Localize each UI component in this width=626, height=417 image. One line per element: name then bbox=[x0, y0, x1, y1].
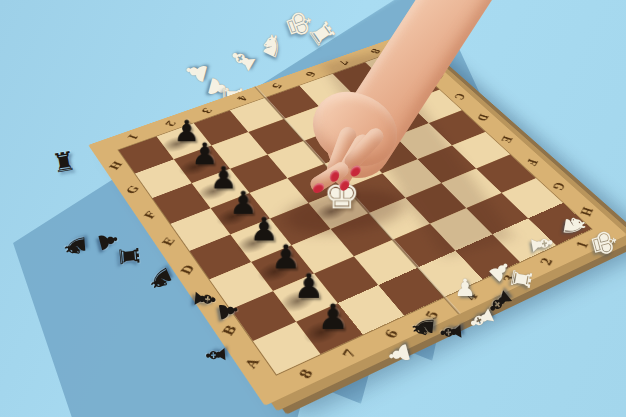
white-pawn-captured[interactable]: ♟ bbox=[454, 276, 476, 300]
black-bishop-captured[interactable]: ♝ bbox=[437, 318, 467, 345]
white-bishop-captured[interactable]: ♝ bbox=[525, 229, 557, 259]
black-pawn-piece[interactable]: ♟ bbox=[317, 299, 349, 334]
black-rook-captured[interactable]: ♜ bbox=[50, 147, 77, 177]
black-pawn-captured[interactable]: ♟ bbox=[214, 298, 241, 323]
white-pawn-captured[interactable]: ♟ bbox=[383, 339, 414, 368]
black-bishop-captured[interactable]: ♝ bbox=[202, 342, 230, 367]
black-knight-captured[interactable]: ♞ bbox=[61, 232, 91, 259]
coordinate-label: 1 bbox=[112, 122, 154, 152]
scene: ♟♟♜♝♞♚♜♜♞♟♜♞♝♟♝♟♞♝♝♝♟♟♜♝♞♚ 12345678 8765… bbox=[0, 0, 626, 417]
white-rook-captured[interactable]: ♜ bbox=[506, 265, 536, 292]
black-rook-captured[interactable]: ♜ bbox=[115, 243, 143, 268]
white-king-piece[interactable]: ♚ bbox=[323, 174, 360, 215]
